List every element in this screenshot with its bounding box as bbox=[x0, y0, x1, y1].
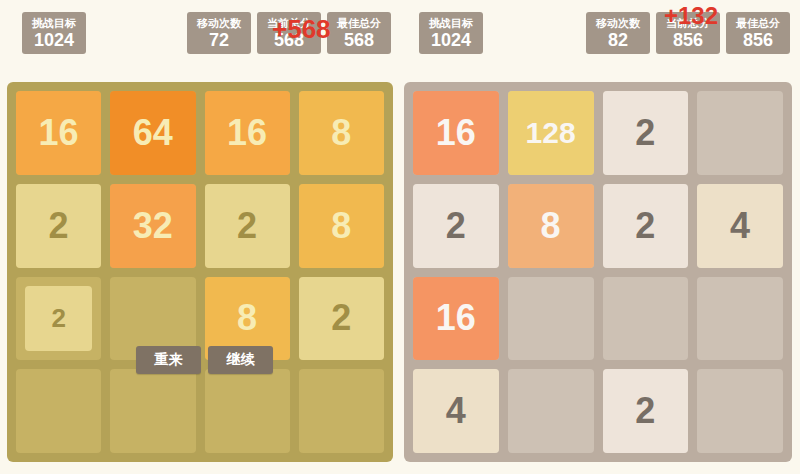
left-moves-label: 移动次数 bbox=[189, 16, 249, 30]
left-cell-r2c1: 2 bbox=[16, 184, 101, 268]
left-tile-64: 64 bbox=[110, 91, 195, 175]
right-cell-r3c4 bbox=[697, 277, 783, 361]
left-cell-r2c2: 32 bbox=[110, 184, 195, 268]
right-tile-8: 8 bbox=[508, 184, 594, 268]
right-tile-16: 16 bbox=[413, 91, 499, 175]
left-score-delta: +568 bbox=[272, 14, 331, 45]
right-cell-r1c3: 2 bbox=[603, 91, 689, 175]
right-moves-value: 82 bbox=[588, 30, 648, 51]
right-cell-r2c1: 2 bbox=[413, 184, 499, 268]
right-cell-r2c4: 4 bbox=[697, 184, 783, 268]
right-cell-r4c3: 2 bbox=[603, 369, 689, 453]
right-cell-r3c3 bbox=[603, 277, 689, 361]
right-cell-r2c2: 8 bbox=[508, 184, 594, 268]
right-best-score-value: 856 bbox=[728, 30, 788, 51]
right-tile-4: 4 bbox=[413, 369, 499, 453]
left-tile-8: 8 bbox=[299, 184, 384, 268]
right-target-label: 挑战目标 bbox=[421, 16, 481, 30]
left-tile-32: 32 bbox=[110, 184, 195, 268]
right-cell-r3c1: 16 bbox=[413, 277, 499, 361]
left-best-score-label: 最佳总分 bbox=[329, 16, 389, 30]
right-cell-r4c1: 4 bbox=[413, 369, 499, 453]
left-cell-r4c2 bbox=[110, 369, 195, 453]
right-tile-2: 2 bbox=[603, 184, 689, 268]
right-cell-r1c4 bbox=[697, 91, 783, 175]
continue-button[interactable]: 继续 bbox=[208, 346, 273, 374]
left-best-score-value: 568 bbox=[329, 30, 389, 51]
left-tile-2: 2 bbox=[299, 277, 384, 361]
right-best-score-label: 最佳总分 bbox=[728, 16, 788, 30]
left-target-badge: 挑战目标 1024 bbox=[22, 12, 86, 54]
right-cell-r2c3: 2 bbox=[603, 184, 689, 268]
left-cell-r1c3: 16 bbox=[205, 91, 290, 175]
left-board-grid[interactable]: 166416823228282 bbox=[7, 82, 393, 462]
right-target-value: 1024 bbox=[421, 30, 481, 51]
left-game-panel: 挑战目标 1024 移动次数 72 当前总分 568 最佳总分 568 1664… bbox=[7, 0, 393, 474]
left-cell-r4c1 bbox=[16, 369, 101, 453]
left-cell-r1c4: 8 bbox=[299, 91, 384, 175]
right-tile-2: 2 bbox=[413, 184, 499, 268]
right-cell-r4c2 bbox=[508, 369, 594, 453]
right-moves-label: 移动次数 bbox=[588, 16, 648, 30]
left-best-score-badge: 最佳总分 568 bbox=[327, 12, 391, 54]
left-cell-r3c1: 2 bbox=[16, 277, 101, 361]
right-moves-badge: 移动次数 82 bbox=[586, 12, 650, 54]
left-cell-r2c3: 2 bbox=[205, 184, 290, 268]
left-cell-r1c1: 16 bbox=[16, 91, 101, 175]
left-cell-r2c4: 8 bbox=[299, 184, 384, 268]
left-cell-r4c4 bbox=[299, 369, 384, 453]
left-cell-r1c2: 64 bbox=[110, 91, 195, 175]
right-cell-r1c1: 16 bbox=[413, 91, 499, 175]
left-tile-2: 2 bbox=[205, 184, 290, 268]
right-game-panel: 挑战目标 1024 移动次数 82 当前总分 856 最佳总分 856 1612… bbox=[404, 0, 792, 474]
left-tile-16: 16 bbox=[16, 91, 101, 175]
right-tile-2: 2 bbox=[603, 369, 689, 453]
left-target-value: 1024 bbox=[24, 30, 84, 51]
left-target-label: 挑战目标 bbox=[24, 16, 84, 30]
left-tile-2: 2 bbox=[16, 184, 101, 268]
left-tile-2: 2 bbox=[25, 286, 92, 352]
right-cell-r4c4 bbox=[697, 369, 783, 453]
right-tile-4: 4 bbox=[697, 184, 783, 268]
left-tile-8: 8 bbox=[299, 91, 384, 175]
right-cell-r1c2: 128 bbox=[508, 91, 594, 175]
right-best-score-badge: 最佳总分 856 bbox=[726, 12, 790, 54]
left-moves-value: 72 bbox=[189, 30, 249, 51]
left-cell-r4c3 bbox=[205, 369, 290, 453]
right-target-badge: 挑战目标 1024 bbox=[419, 12, 483, 54]
left-cell-r3c4: 2 bbox=[299, 277, 384, 361]
right-tile-128: 128 bbox=[508, 91, 594, 175]
right-tile-16: 16 bbox=[413, 277, 499, 361]
left-tile-16: 16 bbox=[205, 91, 290, 175]
right-board-grid[interactable]: 16128228241642 bbox=[404, 82, 792, 462]
right-tile-2: 2 bbox=[603, 91, 689, 175]
right-current-score-value: 856 bbox=[658, 30, 718, 51]
restart-button[interactable]: 重来 bbox=[136, 346, 201, 374]
right-header: 挑战目标 1024 移动次数 82 当前总分 856 最佳总分 856 bbox=[419, 12, 790, 54]
right-cell-r3c2 bbox=[508, 277, 594, 361]
left-moves-badge: 移动次数 72 bbox=[187, 12, 251, 54]
right-score-delta: +132 bbox=[664, 2, 718, 30]
left-header: 挑战目标 1024 移动次数 72 当前总分 568 最佳总分 568 bbox=[22, 12, 391, 54]
